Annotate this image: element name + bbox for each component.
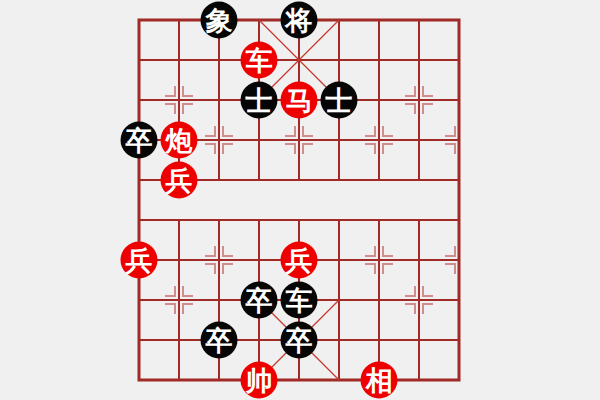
- piece-r-chariot[interactable]: 车: [241, 42, 278, 79]
- piece-b-advisor[interactable]: 士: [321, 82, 358, 119]
- piece-layer: 象将车士马士卒炮兵兵兵卒车卒卒帅相: [0, 0, 600, 400]
- piece-r-horse[interactable]: 马: [281, 82, 318, 119]
- piece-b-elephant[interactable]: 象: [201, 2, 238, 39]
- piece-r-general[interactable]: 帅: [241, 362, 278, 399]
- piece-r-elephant[interactable]: 相: [361, 362, 398, 399]
- piece-r-pawn[interactable]: 兵: [281, 242, 318, 279]
- piece-r-pawn[interactable]: 兵: [161, 162, 198, 199]
- piece-b-advisor[interactable]: 士: [241, 82, 278, 119]
- piece-b-chariot[interactable]: 车: [281, 282, 318, 319]
- piece-b-pawn[interactable]: 卒: [241, 282, 278, 319]
- piece-b-pawn[interactable]: 卒: [121, 122, 158, 159]
- piece-r-cannon[interactable]: 炮: [161, 122, 198, 159]
- piece-b-pawn[interactable]: 卒: [281, 322, 318, 359]
- xiangqi-board: 象将车士马士卒炮兵兵兵卒车卒卒帅相: [0, 0, 600, 400]
- piece-b-general[interactable]: 将: [281, 2, 318, 39]
- piece-b-pawn[interactable]: 卒: [201, 322, 238, 359]
- piece-r-pawn[interactable]: 兵: [121, 242, 158, 279]
